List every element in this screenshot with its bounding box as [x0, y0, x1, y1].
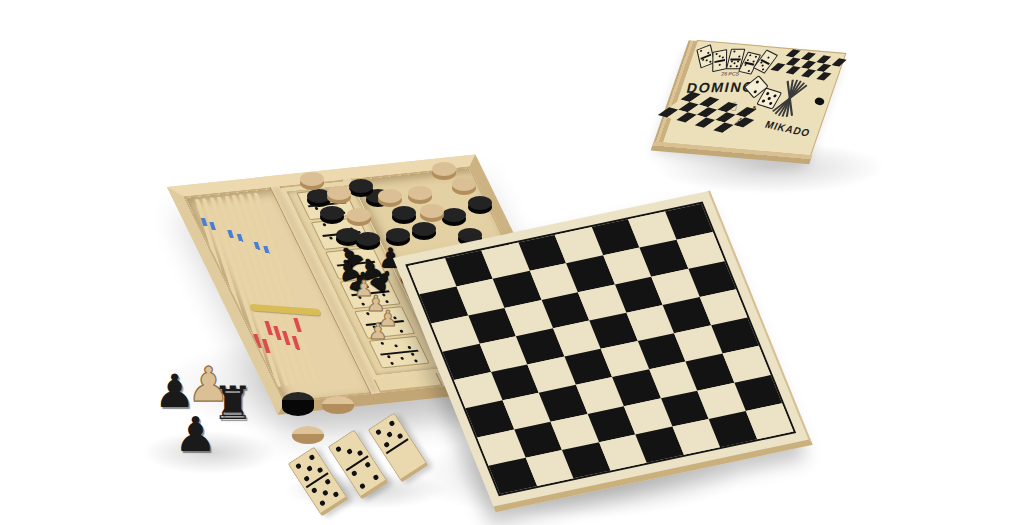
domino-pip: [346, 448, 353, 455]
domino-pip: [311, 487, 318, 494]
domino-pip: [322, 489, 329, 496]
domino-pip: [736, 65, 739, 67]
black-checker-stack: [282, 392, 314, 416]
domino-pip: [390, 362, 394, 365]
domino-pip: [733, 63, 736, 65]
domino-pip: [314, 207, 318, 210]
domino-pip: [316, 467, 323, 474]
domino-pip: [303, 475, 310, 482]
black-rook: ♜: [212, 380, 253, 426]
checker-side: [282, 400, 314, 416]
domino-pip: [762, 68, 765, 71]
domino-pip: [729, 65, 732, 67]
black-checker-in-tray: [320, 206, 344, 220]
natural-checker-in-tray: [327, 186, 351, 200]
natural-checker-in-tray: [432, 162, 456, 176]
black-checker-in-tray: [468, 196, 492, 210]
domino-pip: [400, 357, 404, 360]
black-checker-in-tray: [392, 206, 416, 220]
domino-pip: [329, 236, 333, 239]
black-checker-in-tray: [386, 228, 410, 242]
pieces-count-label: 26 PCS: [721, 71, 740, 76]
domino-pip: [388, 420, 395, 427]
black-checker-in-tray: [349, 179, 373, 193]
natural-checker-in-tray: [420, 204, 444, 218]
checker-side: [292, 434, 324, 444]
domino-pip: [715, 53, 717, 55]
natural-checker-in-tray: [347, 208, 371, 222]
domino-pip: [308, 454, 315, 461]
domino-pip: [394, 344, 398, 347]
strip-checkerboard: [658, 92, 766, 136]
domino-pip: [755, 79, 759, 83]
domino-pip: [719, 55, 721, 57]
black-checker-in-tray: [442, 208, 466, 222]
domino-pip: [744, 63, 747, 65]
domino-pip: [332, 491, 339, 498]
black-checker-dot-icon: [813, 96, 826, 106]
natural-chess-piece-in-tray: ♟: [368, 321, 388, 343]
domino-pip: [306, 465, 313, 472]
natural-checker-in-tray: [378, 189, 402, 203]
domino-pip: [364, 461, 371, 468]
domino-pip: [769, 102, 773, 106]
domino-pip: [335, 446, 342, 453]
domino-pip: [372, 474, 379, 481]
domino-pip: [387, 355, 391, 358]
domino-pip: [700, 50, 702, 53]
domino-pip: [324, 478, 331, 485]
domino-pip: [767, 97, 771, 101]
domino-pip: [737, 60, 740, 62]
domino-pip: [773, 94, 777, 98]
domino-pip: [386, 431, 393, 438]
domino-pip: [766, 92, 770, 96]
domino-pip: [753, 90, 757, 94]
domino-pip: [295, 463, 302, 470]
domino-pip: [705, 59, 707, 62]
mikado-title: MIKADO: [763, 119, 812, 139]
domino-pip: [319, 500, 326, 507]
domino-pip: [361, 302, 365, 305]
domino-pip: [356, 450, 363, 457]
domino-pip: [322, 223, 326, 226]
domino-pip: [414, 359, 418, 362]
domino-pip: [749, 54, 752, 56]
product-photo-scene: ♟♟♟♟♟♟♟♟♟♟♟ 26 PCS DOMINO ♙ MIKADO ♘ ♙ ♟…: [0, 0, 1024, 525]
domino-pip: [767, 56, 770, 59]
domino-pip: [761, 64, 764, 67]
domino-pip: [719, 64, 721, 66]
domino-pip: [383, 441, 390, 448]
domino-pip: [748, 70, 751, 72]
box-lid: 26 PCS DOMINO ♙ MIKADO ♘ ♙: [661, 40, 846, 156]
natural-checker-in-tray: [452, 177, 476, 191]
natural-checker: [292, 426, 324, 444]
domino-pip: [399, 329, 403, 332]
domino-pip: [731, 60, 734, 62]
black-checker-in-tray: [356, 232, 380, 246]
domino-pip: [351, 470, 358, 477]
black-checker-in-tray: [412, 222, 436, 236]
natural-checker-in-tray: [300, 172, 324, 186]
domino-pip: [761, 99, 765, 103]
domino-pip: [410, 352, 414, 355]
crossed-mikado-sticks-icon: [782, 80, 797, 117]
domino-pip: [733, 51, 736, 53]
falling-domino-chain: [698, 41, 845, 54]
checker-side: [322, 404, 354, 414]
domino-pip: [359, 483, 366, 490]
natural-checker-in-tray: [408, 186, 432, 200]
black-pawn: ♟: [174, 410, 217, 458]
domino-pip: [375, 429, 382, 436]
domino-pip: [754, 56, 757, 58]
domino-divider: [730, 58, 741, 60]
corner-checkerboard: [770, 49, 846, 80]
natural-checker: [322, 396, 354, 414]
domino-pip: [396, 433, 403, 440]
